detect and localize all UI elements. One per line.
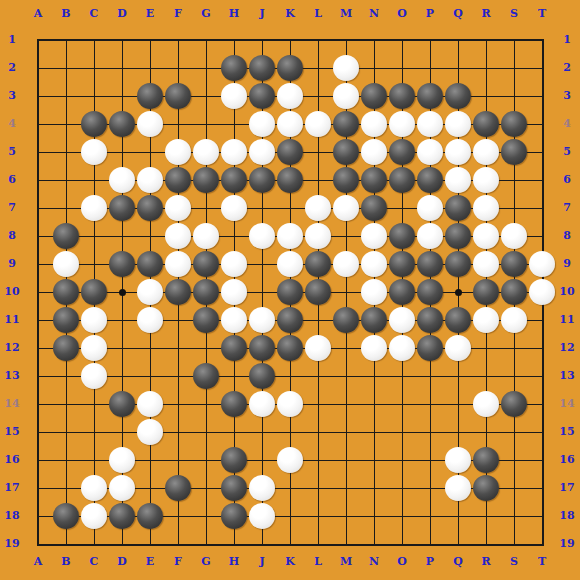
intersection-B14[interactable] xyxy=(52,390,80,418)
intersection-L14[interactable] xyxy=(304,390,332,418)
intersection-R3[interactable] xyxy=(472,82,500,110)
intersection-G16[interactable] xyxy=(192,446,220,474)
intersection-M13[interactable] xyxy=(332,362,360,390)
intersection-F19[interactable] xyxy=(164,530,192,558)
intersection-L12[interactable] xyxy=(304,334,332,362)
intersection-N14[interactable] xyxy=(360,390,388,418)
intersection-E13[interactable] xyxy=(136,362,164,390)
intersection-N16[interactable] xyxy=(360,446,388,474)
intersection-O14[interactable] xyxy=(388,390,416,418)
intersection-H5[interactable] xyxy=(220,138,248,166)
intersection-B5[interactable] xyxy=(52,138,80,166)
intersection-D11[interactable] xyxy=(108,306,136,334)
intersection-R11[interactable] xyxy=(472,306,500,334)
intersection-C11[interactable] xyxy=(80,306,108,334)
intersection-F17[interactable] xyxy=(164,474,192,502)
intersection-T10[interactable] xyxy=(528,278,556,306)
intersection-F5[interactable] xyxy=(164,138,192,166)
intersection-Q9[interactable] xyxy=(444,250,472,278)
intersection-J8[interactable] xyxy=(248,222,276,250)
intersection-F4[interactable] xyxy=(164,110,192,138)
intersection-N8[interactable] xyxy=(360,222,388,250)
intersection-Q19[interactable] xyxy=(444,530,472,558)
intersection-Q1[interactable] xyxy=(444,26,472,54)
intersection-F8[interactable] xyxy=(164,222,192,250)
intersection-D10[interactable] xyxy=(108,278,136,306)
intersection-S2[interactable] xyxy=(500,54,528,82)
intersection-K11[interactable] xyxy=(276,306,304,334)
intersection-A5[interactable] xyxy=(24,138,52,166)
intersection-C16[interactable] xyxy=(80,446,108,474)
intersection-P2[interactable] xyxy=(416,54,444,82)
intersection-J13[interactable] xyxy=(248,362,276,390)
intersection-R4[interactable] xyxy=(472,110,500,138)
intersection-E1[interactable] xyxy=(136,26,164,54)
intersection-C14[interactable] xyxy=(80,390,108,418)
intersection-D7[interactable] xyxy=(108,194,136,222)
intersection-T6[interactable] xyxy=(528,166,556,194)
intersection-Q4[interactable] xyxy=(444,110,472,138)
intersection-A11[interactable] xyxy=(24,306,52,334)
intersection-M12[interactable] xyxy=(332,334,360,362)
intersection-D3[interactable] xyxy=(108,82,136,110)
intersection-H10[interactable] xyxy=(220,278,248,306)
intersection-O13[interactable] xyxy=(388,362,416,390)
intersection-P14[interactable] xyxy=(416,390,444,418)
intersection-E17[interactable] xyxy=(136,474,164,502)
intersection-S16[interactable] xyxy=(500,446,528,474)
intersection-D12[interactable] xyxy=(108,334,136,362)
intersection-D5[interactable] xyxy=(108,138,136,166)
intersection-S14[interactable] xyxy=(500,390,528,418)
intersection-J16[interactable] xyxy=(248,446,276,474)
intersection-N13[interactable] xyxy=(360,362,388,390)
intersection-H13[interactable] xyxy=(220,362,248,390)
intersection-F3[interactable] xyxy=(164,82,192,110)
intersection-P13[interactable] xyxy=(416,362,444,390)
intersection-R1[interactable] xyxy=(472,26,500,54)
intersection-T15[interactable] xyxy=(528,418,556,446)
intersection-D15[interactable] xyxy=(108,418,136,446)
intersection-M2[interactable] xyxy=(332,54,360,82)
intersection-E4[interactable] xyxy=(136,110,164,138)
intersection-R19[interactable] xyxy=(472,530,500,558)
intersection-H2[interactable] xyxy=(220,54,248,82)
intersection-H3[interactable] xyxy=(220,82,248,110)
intersection-B10[interactable] xyxy=(52,278,80,306)
intersection-M3[interactable] xyxy=(332,82,360,110)
intersection-J19[interactable] xyxy=(248,530,276,558)
intersection-R8[interactable] xyxy=(472,222,500,250)
intersection-L2[interactable] xyxy=(304,54,332,82)
intersection-B8[interactable] xyxy=(52,222,80,250)
intersection-A13[interactable] xyxy=(24,362,52,390)
intersection-P15[interactable] xyxy=(416,418,444,446)
intersection-L7[interactable] xyxy=(304,194,332,222)
intersection-C9[interactable] xyxy=(80,250,108,278)
intersection-D6[interactable] xyxy=(108,166,136,194)
intersection-C12[interactable] xyxy=(80,334,108,362)
intersection-H19[interactable] xyxy=(220,530,248,558)
intersection-J18[interactable] xyxy=(248,502,276,530)
intersection-O9[interactable] xyxy=(388,250,416,278)
intersection-K18[interactable] xyxy=(276,502,304,530)
intersection-R16[interactable] xyxy=(472,446,500,474)
intersection-J1[interactable] xyxy=(248,26,276,54)
intersection-F15[interactable] xyxy=(164,418,192,446)
intersection-H17[interactable] xyxy=(220,474,248,502)
intersection-K16[interactable] xyxy=(276,446,304,474)
intersection-O5[interactable] xyxy=(388,138,416,166)
intersection-B2[interactable] xyxy=(52,54,80,82)
intersection-R14[interactable] xyxy=(472,390,500,418)
intersection-T7[interactable] xyxy=(528,194,556,222)
intersection-A17[interactable] xyxy=(24,474,52,502)
intersection-S8[interactable] xyxy=(500,222,528,250)
intersection-Q14[interactable] xyxy=(444,390,472,418)
intersection-L19[interactable] xyxy=(304,530,332,558)
intersection-N5[interactable] xyxy=(360,138,388,166)
intersection-N4[interactable] xyxy=(360,110,388,138)
intersection-O19[interactable] xyxy=(388,530,416,558)
intersection-C19[interactable] xyxy=(80,530,108,558)
intersection-L3[interactable] xyxy=(304,82,332,110)
intersection-S9[interactable] xyxy=(500,250,528,278)
intersection-P8[interactable] xyxy=(416,222,444,250)
intersection-H15[interactable] xyxy=(220,418,248,446)
intersection-O3[interactable] xyxy=(388,82,416,110)
intersection-B19[interactable] xyxy=(52,530,80,558)
intersection-E7[interactable] xyxy=(136,194,164,222)
intersection-P3[interactable] xyxy=(416,82,444,110)
intersection-P7[interactable] xyxy=(416,194,444,222)
intersection-K15[interactable] xyxy=(276,418,304,446)
intersection-T2[interactable] xyxy=(528,54,556,82)
intersection-F2[interactable] xyxy=(164,54,192,82)
intersection-K1[interactable] xyxy=(276,26,304,54)
intersection-T4[interactable] xyxy=(528,110,556,138)
intersection-M17[interactable] xyxy=(332,474,360,502)
intersection-S4[interactable] xyxy=(500,110,528,138)
intersection-R13[interactable] xyxy=(472,362,500,390)
intersection-B13[interactable] xyxy=(52,362,80,390)
intersection-B7[interactable] xyxy=(52,194,80,222)
intersection-O2[interactable] xyxy=(388,54,416,82)
intersection-Q17[interactable] xyxy=(444,474,472,502)
intersection-J14[interactable] xyxy=(248,390,276,418)
intersection-E16[interactable] xyxy=(136,446,164,474)
intersection-N10[interactable] xyxy=(360,278,388,306)
intersection-N19[interactable] xyxy=(360,530,388,558)
intersection-K2[interactable] xyxy=(276,54,304,82)
intersection-F10[interactable] xyxy=(164,278,192,306)
intersection-J2[interactable] xyxy=(248,54,276,82)
intersection-M6[interactable] xyxy=(332,166,360,194)
intersection-O4[interactable] xyxy=(388,110,416,138)
intersection-F13[interactable] xyxy=(164,362,192,390)
intersection-C2[interactable] xyxy=(80,54,108,82)
intersection-K14[interactable] xyxy=(276,390,304,418)
intersection-T14[interactable] xyxy=(528,390,556,418)
intersection-D16[interactable] xyxy=(108,446,136,474)
intersection-S12[interactable] xyxy=(500,334,528,362)
intersection-H9[interactable] xyxy=(220,250,248,278)
intersection-B11[interactable] xyxy=(52,306,80,334)
intersection-K12[interactable] xyxy=(276,334,304,362)
intersection-L18[interactable] xyxy=(304,502,332,530)
intersection-Q3[interactable] xyxy=(444,82,472,110)
intersection-M16[interactable] xyxy=(332,446,360,474)
intersection-T3[interactable] xyxy=(528,82,556,110)
intersection-T13[interactable] xyxy=(528,362,556,390)
intersection-K9[interactable] xyxy=(276,250,304,278)
intersection-Q15[interactable] xyxy=(444,418,472,446)
intersection-F14[interactable] xyxy=(164,390,192,418)
intersection-L5[interactable] xyxy=(304,138,332,166)
intersection-L13[interactable] xyxy=(304,362,332,390)
intersection-Q2[interactable] xyxy=(444,54,472,82)
intersection-E3[interactable] xyxy=(136,82,164,110)
intersection-H18[interactable] xyxy=(220,502,248,530)
intersection-J15[interactable] xyxy=(248,418,276,446)
intersection-G12[interactable] xyxy=(192,334,220,362)
intersection-G5[interactable] xyxy=(192,138,220,166)
intersection-P17[interactable] xyxy=(416,474,444,502)
intersection-O18[interactable] xyxy=(388,502,416,530)
intersection-Q16[interactable] xyxy=(444,446,472,474)
intersection-N12[interactable] xyxy=(360,334,388,362)
intersection-E9[interactable] xyxy=(136,250,164,278)
intersection-H11[interactable] xyxy=(220,306,248,334)
intersection-G6[interactable] xyxy=(192,166,220,194)
intersection-S7[interactable] xyxy=(500,194,528,222)
intersection-S10[interactable] xyxy=(500,278,528,306)
intersection-A19[interactable] xyxy=(24,530,52,558)
intersection-J7[interactable] xyxy=(248,194,276,222)
intersection-A9[interactable] xyxy=(24,250,52,278)
intersection-M9[interactable] xyxy=(332,250,360,278)
intersection-C15[interactable] xyxy=(80,418,108,446)
intersection-K3[interactable] xyxy=(276,82,304,110)
intersection-J5[interactable] xyxy=(248,138,276,166)
intersection-F6[interactable] xyxy=(164,166,192,194)
intersection-T1[interactable] xyxy=(528,26,556,54)
intersection-T5[interactable] xyxy=(528,138,556,166)
intersection-N3[interactable] xyxy=(360,82,388,110)
intersection-E15[interactable] xyxy=(136,418,164,446)
intersection-O17[interactable] xyxy=(388,474,416,502)
intersection-B16[interactable] xyxy=(52,446,80,474)
intersection-O6[interactable] xyxy=(388,166,416,194)
intersection-G10[interactable] xyxy=(192,278,220,306)
intersection-D19[interactable] xyxy=(108,530,136,558)
intersection-C4[interactable] xyxy=(80,110,108,138)
intersection-R15[interactable] xyxy=(472,418,500,446)
intersection-A4[interactable] xyxy=(24,110,52,138)
intersection-F12[interactable] xyxy=(164,334,192,362)
intersection-M4[interactable] xyxy=(332,110,360,138)
intersection-D8[interactable] xyxy=(108,222,136,250)
intersection-A14[interactable] xyxy=(24,390,52,418)
intersection-E19[interactable] xyxy=(136,530,164,558)
intersection-N2[interactable] xyxy=(360,54,388,82)
intersection-E8[interactable] xyxy=(136,222,164,250)
intersection-D1[interactable] xyxy=(108,26,136,54)
intersection-P18[interactable] xyxy=(416,502,444,530)
intersection-D4[interactable] xyxy=(108,110,136,138)
intersection-L1[interactable] xyxy=(304,26,332,54)
intersection-L6[interactable] xyxy=(304,166,332,194)
intersection-Q12[interactable] xyxy=(444,334,472,362)
intersection-R6[interactable] xyxy=(472,166,500,194)
intersection-B17[interactable] xyxy=(52,474,80,502)
intersection-B4[interactable] xyxy=(52,110,80,138)
intersection-K19[interactable] xyxy=(276,530,304,558)
intersection-E18[interactable] xyxy=(136,502,164,530)
intersection-D9[interactable] xyxy=(108,250,136,278)
intersection-M5[interactable] xyxy=(332,138,360,166)
intersection-J9[interactable] xyxy=(248,250,276,278)
intersection-N1[interactable] xyxy=(360,26,388,54)
intersection-T18[interactable] xyxy=(528,502,556,530)
intersection-G15[interactable] xyxy=(192,418,220,446)
intersection-L9[interactable] xyxy=(304,250,332,278)
intersection-G4[interactable] xyxy=(192,110,220,138)
intersection-B12[interactable] xyxy=(52,334,80,362)
intersection-E12[interactable] xyxy=(136,334,164,362)
intersection-S11[interactable] xyxy=(500,306,528,334)
intersection-K8[interactable] xyxy=(276,222,304,250)
intersection-B6[interactable] xyxy=(52,166,80,194)
intersection-S3[interactable] xyxy=(500,82,528,110)
intersection-D14[interactable] xyxy=(108,390,136,418)
intersection-N11[interactable] xyxy=(360,306,388,334)
intersection-L17[interactable] xyxy=(304,474,332,502)
intersection-M19[interactable] xyxy=(332,530,360,558)
intersection-J3[interactable] xyxy=(248,82,276,110)
intersection-K4[interactable] xyxy=(276,110,304,138)
intersection-D18[interactable] xyxy=(108,502,136,530)
intersection-K13[interactable] xyxy=(276,362,304,390)
intersection-A8[interactable] xyxy=(24,222,52,250)
intersection-G2[interactable] xyxy=(192,54,220,82)
intersection-J12[interactable] xyxy=(248,334,276,362)
intersection-O8[interactable] xyxy=(388,222,416,250)
intersection-G8[interactable] xyxy=(192,222,220,250)
intersection-H12[interactable] xyxy=(220,334,248,362)
intersection-E5[interactable] xyxy=(136,138,164,166)
intersection-O7[interactable] xyxy=(388,194,416,222)
intersection-F9[interactable] xyxy=(164,250,192,278)
intersection-J6[interactable] xyxy=(248,166,276,194)
intersection-S19[interactable] xyxy=(500,530,528,558)
intersection-S5[interactable] xyxy=(500,138,528,166)
intersection-A1[interactable] xyxy=(24,26,52,54)
intersection-G19[interactable] xyxy=(192,530,220,558)
intersection-E6[interactable] xyxy=(136,166,164,194)
intersection-C8[interactable] xyxy=(80,222,108,250)
intersection-P6[interactable] xyxy=(416,166,444,194)
intersection-G17[interactable] xyxy=(192,474,220,502)
intersection-O15[interactable] xyxy=(388,418,416,446)
intersection-M8[interactable] xyxy=(332,222,360,250)
intersection-B18[interactable] xyxy=(52,502,80,530)
intersection-G1[interactable] xyxy=(192,26,220,54)
intersection-F18[interactable] xyxy=(164,502,192,530)
intersection-G3[interactable] xyxy=(192,82,220,110)
intersection-T17[interactable] xyxy=(528,474,556,502)
intersection-C1[interactable] xyxy=(80,26,108,54)
intersection-Q5[interactable] xyxy=(444,138,472,166)
intersection-A16[interactable] xyxy=(24,446,52,474)
intersection-P10[interactable] xyxy=(416,278,444,306)
intersection-C6[interactable] xyxy=(80,166,108,194)
intersection-M15[interactable] xyxy=(332,418,360,446)
intersection-J4[interactable] xyxy=(248,110,276,138)
intersection-E14[interactable] xyxy=(136,390,164,418)
intersection-H16[interactable] xyxy=(220,446,248,474)
intersection-L15[interactable] xyxy=(304,418,332,446)
intersection-T9[interactable] xyxy=(528,250,556,278)
intersection-O16[interactable] xyxy=(388,446,416,474)
intersection-K17[interactable] xyxy=(276,474,304,502)
intersection-G14[interactable] xyxy=(192,390,220,418)
intersection-O1[interactable] xyxy=(388,26,416,54)
intersection-L4[interactable] xyxy=(304,110,332,138)
intersection-H7[interactable] xyxy=(220,194,248,222)
intersection-C3[interactable] xyxy=(80,82,108,110)
intersection-F1[interactable] xyxy=(164,26,192,54)
intersection-G9[interactable] xyxy=(192,250,220,278)
intersection-P1[interactable] xyxy=(416,26,444,54)
intersection-R5[interactable] xyxy=(472,138,500,166)
intersection-L11[interactable] xyxy=(304,306,332,334)
intersection-C13[interactable] xyxy=(80,362,108,390)
intersection-E11[interactable] xyxy=(136,306,164,334)
intersection-O10[interactable] xyxy=(388,278,416,306)
intersection-P16[interactable] xyxy=(416,446,444,474)
intersection-C7[interactable] xyxy=(80,194,108,222)
intersection-Q10[interactable] xyxy=(444,278,472,306)
intersection-G13[interactable] xyxy=(192,362,220,390)
intersection-N9[interactable] xyxy=(360,250,388,278)
intersection-R9[interactable] xyxy=(472,250,500,278)
intersection-H6[interactable] xyxy=(220,166,248,194)
intersection-G7[interactable] xyxy=(192,194,220,222)
intersection-S13[interactable] xyxy=(500,362,528,390)
intersection-P12[interactable] xyxy=(416,334,444,362)
intersection-T8[interactable] xyxy=(528,222,556,250)
intersection-S17[interactable] xyxy=(500,474,528,502)
intersection-G11[interactable] xyxy=(192,306,220,334)
intersection-A6[interactable] xyxy=(24,166,52,194)
intersection-T11[interactable] xyxy=(528,306,556,334)
intersection-J10[interactable] xyxy=(248,278,276,306)
intersection-E2[interactable] xyxy=(136,54,164,82)
intersection-C17[interactable] xyxy=(80,474,108,502)
intersection-R2[interactable] xyxy=(472,54,500,82)
intersection-R17[interactable] xyxy=(472,474,500,502)
intersection-H14[interactable] xyxy=(220,390,248,418)
intersection-S18[interactable] xyxy=(500,502,528,530)
intersection-N18[interactable] xyxy=(360,502,388,530)
intersection-P19[interactable] xyxy=(416,530,444,558)
intersection-B1[interactable] xyxy=(52,26,80,54)
intersection-A12[interactable] xyxy=(24,334,52,362)
intersection-S1[interactable] xyxy=(500,26,528,54)
intersection-C5[interactable] xyxy=(80,138,108,166)
intersection-M18[interactable] xyxy=(332,502,360,530)
